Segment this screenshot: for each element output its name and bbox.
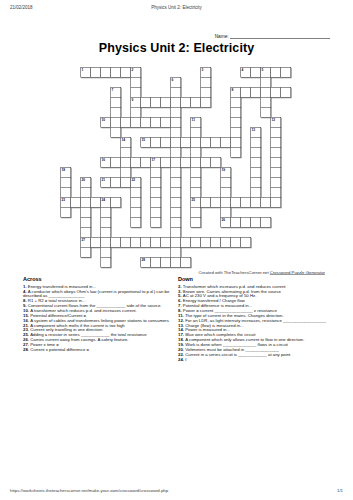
crossword-cell[interactable]	[121, 177, 132, 188]
crossword-cell[interactable]	[181, 157, 192, 168]
crossword-cell[interactable]	[201, 137, 212, 148]
crossword-cell[interactable]: 5	[261, 67, 272, 78]
clue-number: 20	[82, 178, 86, 182]
crossword-cell[interactable]	[271, 147, 282, 158]
crossword-cell[interactable]	[221, 237, 232, 248]
crossword-cell[interactable]	[181, 257, 192, 268]
crossword-cell[interactable]	[161, 237, 172, 248]
crossword-cell[interactable]	[201, 87, 212, 98]
crossword-cell[interactable]	[131, 187, 142, 198]
clue-number: 12	[272, 118, 276, 122]
crossword-cell[interactable]	[151, 207, 162, 218]
clue-number: 23	[62, 198, 66, 202]
crossword-cell[interactable]	[251, 187, 262, 198]
crossword-cell[interactable]	[121, 157, 132, 168]
crossword-cell[interactable]	[131, 77, 142, 88]
crossword-cell[interactable]	[251, 67, 262, 78]
crossword-cell[interactable]: 12	[271, 117, 282, 128]
crossword-cell[interactable]	[271, 137, 282, 148]
crossword-cell[interactable]	[201, 77, 212, 88]
crossword-cell[interactable]	[61, 177, 72, 188]
crossword-cell[interactable]	[131, 117, 142, 128]
crossword-cell[interactable]	[111, 177, 122, 188]
crossword-cell[interactable]	[211, 237, 222, 248]
crossword-cell[interactable]	[81, 217, 92, 228]
crossword-cell[interactable]	[221, 137, 232, 148]
crossword-cell[interactable]	[111, 237, 122, 248]
clue-number: 1	[82, 68, 84, 72]
crossword-cell[interactable]: 9	[131, 97, 142, 108]
crossword-cell[interactable]	[171, 227, 182, 238]
crossword-cell[interactable]	[141, 237, 152, 248]
crossword-cell[interactable]	[91, 67, 102, 78]
crossword-cell[interactable]	[141, 97, 152, 108]
crossword-cell[interactable]: 1	[81, 67, 92, 78]
crossword-cell[interactable]	[231, 147, 242, 158]
clue-number: 27	[82, 238, 86, 242]
crossword-cell[interactable]: 28	[141, 257, 152, 268]
crossword-cell[interactable]: 21	[101, 177, 112, 188]
crossword-cell[interactable]: 25	[191, 197, 202, 208]
crossword-cell[interactable]	[171, 207, 182, 218]
crossword-cell[interactable]	[111, 67, 122, 78]
crossword-cell[interactable]	[101, 257, 112, 268]
crossword-cell[interactable]	[221, 187, 232, 198]
crossword-cell[interactable]	[251, 167, 262, 178]
crossword-cell[interactable]	[111, 107, 122, 118]
crossword-cell[interactable]	[71, 197, 82, 208]
crossword-cell[interactable]	[151, 97, 162, 108]
crossword-cell[interactable]	[171, 107, 182, 118]
crossword-cell[interactable]	[141, 117, 152, 128]
crossword-cell[interactable]	[181, 137, 192, 148]
crossword-cell[interactable]	[131, 217, 142, 228]
clue-item: 24. I	[178, 357, 345, 362]
credit-text: Created with TheTeachersCorner.net	[198, 270, 269, 275]
crossword-cell[interactable]: 17	[151, 157, 162, 168]
crossword-cell[interactable]	[241, 237, 252, 248]
crossword-cell[interactable]: 3	[201, 67, 212, 78]
clue-number: 18	[62, 168, 66, 172]
crossword-grid: 1234567891011121314151617181920212223242…	[61, 67, 292, 268]
clue-number: 8	[232, 88, 234, 92]
crossword-cell[interactable]	[271, 127, 282, 138]
crossword-cell[interactable]	[251, 147, 262, 158]
crossword-cell[interactable]: 7	[111, 87, 122, 98]
crossword-cell[interactable]	[81, 247, 92, 258]
crossword-cell[interactable]	[131, 107, 142, 118]
crossword-cell[interactable]	[161, 137, 172, 148]
crossword-cell[interactable]	[241, 197, 252, 208]
crossword-cell[interactable]	[231, 117, 242, 128]
crossword-cell[interactable]	[171, 177, 182, 188]
crossword-cell[interactable]: 26	[221, 217, 232, 228]
crossword-cell[interactable]	[81, 207, 92, 218]
page-title: Physics Unit 2: Electricity	[0, 40, 353, 55]
crossword-cell[interactable]	[171, 157, 182, 168]
crossword-cell[interactable]	[171, 257, 182, 268]
crossword-cell[interactable]: 13	[251, 127, 262, 138]
crossword-cell[interactable]	[121, 167, 132, 178]
crossword-cell[interactable]: 8	[231, 87, 242, 98]
crossword-cell[interactable]	[231, 137, 242, 148]
crossword-cell[interactable]	[171, 197, 182, 208]
crossword-cell[interactable]	[271, 87, 282, 98]
crossword-cell[interactable]: 11	[191, 117, 202, 128]
clue-number: 24	[102, 198, 106, 202]
crossword-cell[interactable]	[111, 157, 122, 168]
clue-number: 21	[102, 178, 106, 182]
crossword-cell[interactable]	[191, 127, 202, 138]
crossword-cell[interactable]	[91, 197, 102, 208]
crossword-cell[interactable]: 22	[131, 177, 142, 188]
crossword-cell[interactable]	[121, 117, 132, 128]
crossword-cell[interactable]	[81, 227, 92, 238]
crossword-cell[interactable]	[221, 207, 232, 218]
crossword-cell[interactable]	[111, 197, 122, 208]
clue-number: 25	[192, 198, 196, 202]
crossword-cell[interactable]	[191, 217, 202, 228]
crossword-cell[interactable]	[181, 97, 192, 108]
clue-number: 7	[112, 88, 114, 92]
crossword-cell[interactable]	[281, 87, 292, 98]
crossword-cell[interactable]	[101, 217, 112, 228]
crossword-cell[interactable]	[191, 177, 202, 188]
crossword-cell[interactable]: 23	[61, 197, 72, 208]
crossword-cell[interactable]	[111, 117, 122, 128]
crossword-cell[interactable]: 10	[101, 117, 112, 128]
crossword-cell[interactable]	[251, 87, 262, 98]
crossword-cell[interactable]	[151, 217, 162, 228]
crossword-cell[interactable]	[101, 237, 112, 248]
crossword-cell[interactable]	[161, 157, 172, 168]
crossword-cell[interactable]: 20	[81, 177, 92, 188]
clue-number: 3	[202, 68, 204, 72]
credit-link[interactable]: Crossword Puzzle Generator	[270, 270, 325, 275]
crossword-cell[interactable]: 27	[81, 237, 92, 248]
crossword-cell[interactable]: 16	[101, 157, 112, 168]
clue-number: 28	[142, 258, 146, 262]
crossword-cell[interactable]	[271, 177, 282, 188]
crossword-cell[interactable]	[131, 87, 142, 98]
clue-number: 10	[102, 118, 106, 122]
across-header: Across	[23, 276, 178, 282]
crossword-cell[interactable]	[271, 187, 282, 198]
crossword-cell[interactable]	[101, 207, 112, 218]
crossword-cell[interactable]	[91, 237, 102, 248]
source-url: https://worksheets.theteacherscorner.net…	[10, 488, 168, 493]
crossword-cell[interactable]	[251, 197, 262, 208]
crossword-cell[interactable]: 18	[61, 167, 72, 178]
clue-number: 6	[172, 78, 174, 82]
crossword-cell[interactable]	[151, 117, 162, 128]
crossword-cell[interactable]	[141, 157, 152, 168]
crossword-cell[interactable]	[221, 197, 232, 208]
crossword-cell[interactable]	[201, 97, 212, 108]
clue-number: 5	[262, 68, 264, 72]
crossword-cell[interactable]	[241, 87, 252, 98]
clue-number: 13	[252, 128, 256, 132]
crossword-cell[interactable]	[271, 67, 282, 78]
crossword-cell[interactable]	[191, 157, 202, 168]
page-number: 1/1	[337, 488, 343, 493]
crossword-cell[interactable]	[251, 217, 262, 228]
crossword-cell[interactable]	[201, 237, 212, 248]
clue-number: 14	[122, 138, 126, 142]
crossword-cell[interactable]	[171, 87, 182, 98]
clue-number: 4	[242, 68, 244, 72]
crossword-cell[interactable]	[161, 97, 172, 108]
crossword-cell[interactable]	[151, 177, 162, 188]
clue-number: 26	[222, 218, 226, 222]
crossword-worksheet: 21/02/2018 Physics Unit 2: Electricity N…	[0, 0, 353, 500]
crossword-cell[interactable]: 19	[221, 167, 232, 178]
crossword-cell[interactable]	[151, 187, 162, 198]
clue-number: 11	[192, 118, 195, 122]
clue-number: 2	[132, 68, 134, 72]
crossword-cell[interactable]	[191, 137, 202, 148]
crossword-cell[interactable]	[231, 127, 242, 138]
crossword-cell[interactable]	[261, 107, 272, 118]
crossword-cell[interactable]	[231, 197, 242, 208]
crossword-cell[interactable]	[261, 77, 272, 88]
crossword-cell[interactable]	[171, 237, 182, 248]
crossword-cell[interactable]	[151, 197, 162, 208]
crossword-cell[interactable]	[171, 247, 182, 258]
clue-number: 15	[142, 138, 146, 142]
crossword-cell[interactable]	[151, 237, 162, 248]
crossword-cell[interactable]	[171, 187, 182, 198]
down-clues: Down 2. Transformer which increases p.d.…	[178, 276, 345, 362]
print-doc-title: Physics Unit 2: Electricity	[0, 5, 353, 10]
crossword-cell[interactable]	[171, 117, 182, 128]
crossword-cell[interactable]	[281, 67, 292, 78]
crossword-cell[interactable]	[111, 97, 122, 108]
crossword-cell[interactable]	[271, 167, 282, 178]
crossword-cell[interactable]	[101, 247, 112, 258]
crossword-cell[interactable]	[191, 207, 202, 218]
crossword-cell[interactable]	[171, 217, 182, 228]
crossword-cell[interactable]	[121, 147, 132, 158]
crossword-cell[interactable]	[131, 207, 142, 218]
crossword-cell[interactable]	[201, 157, 212, 168]
crossword-cell[interactable]	[211, 157, 222, 168]
crossword-cell[interactable]	[101, 67, 112, 78]
crossword-cell[interactable]	[231, 217, 242, 228]
name-label: Name:	[215, 33, 229, 39]
crossword-cell[interactable]	[261, 97, 272, 108]
clue-number: 22	[132, 178, 136, 182]
crossword-cell[interactable]	[211, 137, 222, 148]
crossword-cell[interactable]	[251, 177, 262, 188]
crossword-cell[interactable]	[151, 257, 162, 268]
crossword-cell[interactable]	[131, 157, 142, 168]
crossword-cell[interactable]	[271, 157, 282, 168]
crossword-cell[interactable]	[161, 257, 172, 268]
crossword-cell[interactable]	[251, 137, 262, 148]
clue-number: 9	[132, 98, 134, 102]
across-list: 1. Energy transferred is measured in...4…	[23, 284, 178, 352]
crossword-cell[interactable]	[171, 127, 182, 138]
crossword-cell[interactable]	[271, 197, 282, 208]
crossword-cell[interactable]	[191, 147, 202, 158]
crossword-cell[interactable]: 14	[121, 137, 132, 148]
crossword-cell[interactable]	[131, 237, 142, 248]
clue-number: 16	[102, 158, 106, 162]
crossword-cell[interactable]	[201, 197, 212, 208]
crossword-cell[interactable]	[191, 97, 202, 108]
crossword-cell[interactable]	[171, 147, 182, 158]
crossword-cell[interactable]	[181, 237, 192, 248]
crossword-cell[interactable]	[131, 197, 142, 208]
crossword-cell[interactable]	[251, 157, 262, 168]
crossword-cell[interactable]	[61, 207, 72, 218]
crossword-cell[interactable]	[81, 187, 92, 198]
crossword-cell[interactable]: 6	[171, 77, 182, 88]
crossword-cell[interactable]	[191, 237, 202, 248]
across-clues: Across 1. Energy transferred is measured…	[23, 276, 178, 352]
crossword-cell[interactable]	[261, 197, 272, 208]
down-list: 2. Transformer which increases p.d. and …	[178, 284, 345, 362]
down-header: Down	[178, 276, 345, 282]
crossword-cell[interactable]: 2	[131, 67, 142, 78]
crossword-cell[interactable]	[81, 197, 92, 208]
crossword-cell[interactable]: 24	[101, 197, 112, 208]
name-blank-line	[230, 33, 330, 39]
crossword-cell[interactable]	[191, 187, 202, 198]
crossword-cell[interactable]	[121, 67, 132, 78]
crossword-cell[interactable]	[261, 87, 272, 98]
crossword-cell[interactable]	[151, 167, 162, 178]
crossword-cell[interactable]	[171, 137, 182, 148]
crossword-cell[interactable]	[101, 227, 112, 238]
clue-number: 17	[152, 158, 156, 162]
crossword-cell[interactable]	[121, 237, 132, 248]
printed-page: 21/02/2018 Physics Unit 2: Electricity N…	[0, 0, 353, 500]
crossword-cell[interactable]	[161, 117, 172, 128]
crossword-cell[interactable]	[111, 127, 122, 138]
crossword-cell[interactable]	[171, 97, 182, 108]
crossword-cell[interactable]: 4	[241, 67, 252, 78]
crossword-cell[interactable]	[231, 107, 242, 118]
clue-number: 19	[222, 168, 226, 172]
crossword-cell[interactable]	[171, 167, 182, 178]
crossword-cell[interactable]	[61, 187, 72, 198]
crossword-cell[interactable]	[221, 177, 232, 188]
generator-credit: Created with TheTeachersCorner.net Cross…	[198, 270, 325, 275]
name-row: Name:	[215, 33, 330, 39]
crossword-cell[interactable]	[191, 167, 202, 178]
crossword-cell[interactable]	[231, 237, 242, 248]
clue-item: 28. Current x potential difference =	[23, 347, 178, 352]
crossword-cell[interactable]	[151, 137, 162, 148]
crossword-cell[interactable]: 15	[141, 137, 152, 148]
crossword-cell[interactable]	[211, 197, 222, 208]
crossword-cell[interactable]	[241, 217, 252, 228]
crossword-cell[interactable]	[231, 97, 242, 108]
crossword-cell[interactable]	[261, 217, 272, 228]
